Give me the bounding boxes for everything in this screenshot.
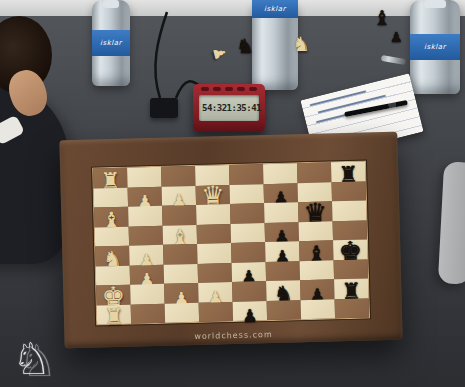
square-a5 bbox=[229, 164, 263, 184]
square-e4 bbox=[197, 243, 231, 263]
square-f6 bbox=[266, 261, 300, 281]
square-f5: ♟ bbox=[232, 262, 266, 282]
white-time: 54:32 bbox=[202, 103, 227, 113]
square-e3 bbox=[163, 244, 197, 264]
captured-white-knight: ♞ bbox=[292, 34, 310, 54]
square-c1: ♝ bbox=[94, 207, 128, 227]
captured-black-bishop: ♝ bbox=[373, 8, 391, 28]
square-f2: ♟ bbox=[130, 264, 164, 284]
square-g4: ♟ bbox=[198, 282, 232, 302]
cable-connector-box bbox=[150, 98, 178, 118]
bottle-label: isklar bbox=[410, 34, 460, 60]
square-g2 bbox=[130, 284, 164, 304]
square-e6: ♟ bbox=[265, 241, 299, 261]
square-c6 bbox=[264, 202, 298, 222]
square-f1 bbox=[96, 265, 130, 285]
captured-black-pawn: ♟ bbox=[390, 30, 403, 44]
square-b7 bbox=[298, 182, 332, 202]
clock-display: 54:32 1:35:41 bbox=[199, 95, 259, 121]
square-a4 bbox=[195, 165, 229, 185]
square-e7: ♝ bbox=[299, 240, 333, 260]
black-player-sleeve bbox=[438, 161, 465, 285]
square-h2 bbox=[131, 303, 165, 323]
square-g3: ♟ bbox=[164, 283, 198, 303]
square-c3 bbox=[162, 205, 196, 225]
square-g7: ♟ bbox=[300, 279, 334, 299]
square-h4 bbox=[199, 301, 233, 321]
square-f7 bbox=[300, 260, 334, 280]
metal-pen-icon bbox=[381, 55, 407, 65]
square-d4 bbox=[197, 224, 231, 244]
square-h7 bbox=[301, 299, 335, 319]
bottle-cap bbox=[424, 0, 446, 8]
square-d6: ♟ bbox=[265, 222, 299, 242]
chess-board: ♜♜♟♟♛♟♝♛♝♟♞♟♟♝♚♟♟♚♟♟♞♟♜♜♟ worldchess.com bbox=[59, 132, 402, 349]
square-a6 bbox=[263, 163, 297, 183]
square-a7 bbox=[297, 162, 331, 182]
square-d5 bbox=[231, 223, 265, 243]
square-f4 bbox=[198, 262, 232, 282]
square-h8 bbox=[335, 298, 369, 318]
venue-backdrop bbox=[0, 0, 465, 16]
bottle-brand-text: isklar bbox=[100, 39, 122, 47]
square-d1 bbox=[95, 226, 129, 246]
square-g6: ♞ bbox=[266, 280, 300, 300]
square-c4 bbox=[196, 204, 230, 224]
black-time: 1:35:41 bbox=[227, 103, 261, 113]
bottle-brand-text: isklar bbox=[424, 43, 446, 51]
square-d3: ♝ bbox=[163, 224, 197, 244]
square-b6: ♟ bbox=[264, 183, 298, 203]
captured-black-knight: ♞ bbox=[236, 36, 254, 56]
square-b4: ♛ bbox=[196, 185, 230, 205]
square-c5 bbox=[230, 203, 264, 223]
photo-stage: isklar isklar isklar 54:32 1:35:41 ♟♞♞♝♟ bbox=[0, 0, 465, 387]
bottle-label: isklar bbox=[252, 0, 298, 18]
bottle-brand-text: isklar bbox=[264, 5, 286, 13]
square-h1: ♜ bbox=[97, 304, 131, 324]
square-b8 bbox=[332, 181, 366, 201]
square-e8: ♚ bbox=[333, 239, 367, 259]
square-d7 bbox=[299, 221, 333, 241]
square-e1: ♞ bbox=[95, 246, 129, 266]
square-h6 bbox=[267, 300, 301, 320]
square-g5 bbox=[232, 281, 266, 301]
square-b2: ♟ bbox=[128, 186, 162, 206]
bottle-cap bbox=[103, 0, 120, 8]
square-c7: ♛ bbox=[298, 201, 332, 221]
piece-black-p-h5: ♟ bbox=[242, 307, 258, 324]
square-d8 bbox=[333, 220, 367, 240]
square-f8 bbox=[334, 259, 368, 279]
square-b5 bbox=[230, 184, 264, 204]
clock-buttons bbox=[201, 87, 257, 91]
board-grid: ♜♜♟♟♛♟♝♛♝♟♞♟♟♝♚♟♟♚♟♟♞♟♜♜♟ bbox=[92, 160, 370, 325]
square-b3: ♟ bbox=[162, 185, 196, 205]
captured-white-pawn-lying: ♟ bbox=[210, 45, 228, 62]
water-bottle-left: isklar bbox=[92, 0, 130, 86]
square-f3 bbox=[164, 263, 198, 283]
square-d2 bbox=[129, 225, 163, 245]
chess-clock: 54:32 1:35:41 bbox=[193, 84, 265, 132]
square-a2 bbox=[127, 167, 161, 187]
board-frame-url: worldchess.com bbox=[64, 327, 402, 345]
square-a8: ♜ bbox=[331, 161, 365, 181]
square-c2 bbox=[128, 206, 162, 226]
piece-white-r-h1: ♜ bbox=[104, 306, 124, 329]
square-a1: ♜ bbox=[93, 168, 127, 188]
bottle-label: isklar bbox=[92, 30, 130, 56]
square-c8 bbox=[332, 200, 366, 220]
water-bottle-right: isklar bbox=[410, 0, 460, 94]
square-b1 bbox=[94, 187, 128, 207]
square-a3 bbox=[161, 166, 195, 186]
worldchess-knight-logo: ♘♘ bbox=[12, 337, 51, 381]
square-g8: ♜ bbox=[334, 278, 368, 298]
square-h3 bbox=[165, 302, 199, 322]
square-e5 bbox=[231, 242, 265, 262]
square-e2: ♟ bbox=[129, 245, 163, 265]
square-h5: ♟ bbox=[233, 301, 267, 321]
square-g1: ♚ bbox=[96, 285, 130, 305]
